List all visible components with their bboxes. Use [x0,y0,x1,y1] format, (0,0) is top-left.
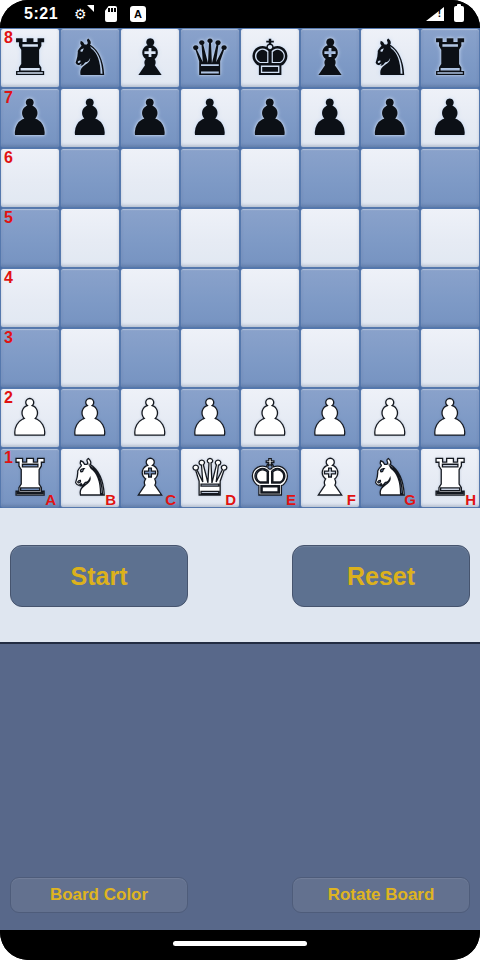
square-c5[interactable] [120,208,180,268]
square-d8[interactable]: ♛ [180,28,240,88]
black-pawn-piece: ♟ [301,89,359,147]
square-f5[interactable] [300,208,360,268]
square-c8[interactable]: ♝ [120,28,180,88]
square-a8[interactable]: 8♜ [0,28,60,88]
square-h7[interactable]: ♟ [420,88,480,148]
black-king-piece: ♚ [241,29,299,87]
status-bar: 5:21 ⚙ A ! [0,0,480,28]
square-d7[interactable]: ♟ [180,88,240,148]
bottom-panel: Board Color Rotate Board [0,644,480,930]
control-strip: Start Reset [0,508,480,642]
rank-label: 4 [4,269,13,287]
file-label: G [404,491,416,508]
white-pawn-piece: ♟ [421,389,479,447]
square-g1[interactable]: G♞ [360,448,420,508]
square-h5[interactable] [420,208,480,268]
square-e6[interactable] [240,148,300,208]
square-a2[interactable]: 2♟ [0,388,60,448]
rank-label: 6 [4,149,13,167]
start-button[interactable]: Start [10,545,188,607]
board-color-button[interactable]: Board Color [10,877,188,913]
square-e3[interactable] [240,328,300,388]
black-knight-piece: ♞ [61,29,119,87]
square-c2[interactable]: ♟ [120,388,180,448]
home-indicator[interactable] [173,941,307,946]
square-g8[interactable]: ♞ [360,28,420,88]
square-h1[interactable]: H♜ [420,448,480,508]
square-b7[interactable]: ♟ [60,88,120,148]
square-a4[interactable]: 4 [0,268,60,328]
square-e2[interactable]: ♟ [240,388,300,448]
file-label: C [165,491,176,508]
reset-button[interactable]: Reset [292,545,470,607]
black-pawn-piece: ♟ [421,89,479,147]
navigation-bar [0,930,480,960]
square-f7[interactable]: ♟ [300,88,360,148]
square-f1[interactable]: F♝ [300,448,360,508]
black-pawn-piece: ♟ [361,89,419,147]
square-e5[interactable] [240,208,300,268]
square-h2[interactable]: ♟ [420,388,480,448]
file-label: E [286,491,296,508]
clock: 5:21 [24,5,58,23]
file-label: B [105,491,116,508]
square-c1[interactable]: C♝ [120,448,180,508]
file-label: D [225,491,236,508]
square-b3[interactable] [60,328,120,388]
status-bar-right-icons: ! [426,6,464,22]
square-f4[interactable] [300,268,360,328]
settings-suggestion-icon: ⚙ [74,5,92,23]
square-e4[interactable] [240,268,300,328]
square-e1[interactable]: E♚ [240,448,300,508]
white-pawn-piece: ♟ [301,389,359,447]
square-g7[interactable]: ♟ [360,88,420,148]
square-d6[interactable] [180,148,240,208]
square-h6[interactable] [420,148,480,208]
square-a6[interactable]: 6 [0,148,60,208]
square-g6[interactable] [360,148,420,208]
black-pawn-piece: ♟ [241,89,299,147]
square-b4[interactable] [60,268,120,328]
square-a7[interactable]: 7♟ [0,88,60,148]
square-g5[interactable] [360,208,420,268]
signal-alert-icon: ! [426,7,444,21]
black-bishop-piece: ♝ [301,29,359,87]
white-pawn-piece: ♟ [181,389,239,447]
rank-label: 5 [4,209,13,227]
square-f8[interactable]: ♝ [300,28,360,88]
square-g4[interactable] [360,268,420,328]
black-pawn-piece: ♟ [121,89,179,147]
file-label: F [347,491,356,508]
square-b8[interactable]: ♞ [60,28,120,88]
square-a5[interactable]: 5 [0,208,60,268]
square-h3[interactable] [420,328,480,388]
square-d3[interactable] [180,328,240,388]
square-d5[interactable] [180,208,240,268]
square-b5[interactable] [60,208,120,268]
square-e8[interactable]: ♚ [240,28,300,88]
square-g3[interactable] [360,328,420,388]
black-queen-piece: ♛ [181,29,239,87]
square-b1[interactable]: B♞ [60,448,120,508]
square-c6[interactable] [120,148,180,208]
square-f6[interactable] [300,148,360,208]
square-c3[interactable] [120,328,180,388]
square-g2[interactable]: ♟ [360,388,420,448]
rank-label: 3 [4,329,13,347]
status-bar-left-icons: ⚙ A [74,5,146,23]
square-h4[interactable] [420,268,480,328]
square-a1[interactable]: 1A♜ [0,448,60,508]
file-label: A [45,491,56,508]
square-c4[interactable] [120,268,180,328]
square-b6[interactable] [60,148,120,208]
square-d2[interactable]: ♟ [180,388,240,448]
square-f3[interactable] [300,328,360,388]
phone-screen: 5:21 ⚙ A ! 8♜♞♝♛♚♝♞♜7♟♟♟♟♟♟♟♟65432♟♟♟♟♟♟… [0,0,480,960]
rank-label: 1 [4,449,13,467]
battery-icon [454,6,464,22]
black-bishop-piece: ♝ [121,29,179,87]
square-b2[interactable]: ♟ [60,388,120,448]
rank-label: 2 [4,389,13,407]
white-pawn-piece: ♟ [361,389,419,447]
square-c7[interactable]: ♟ [120,88,180,148]
white-pawn-piece: ♟ [241,389,299,447]
square-a3[interactable]: 3 [0,328,60,388]
black-knight-piece: ♞ [361,29,419,87]
sim-card-icon [105,6,117,22]
black-pawn-piece: ♟ [61,89,119,147]
rank-label: 7 [4,89,13,107]
black-pawn-piece: ♟ [181,89,239,147]
rotate-board-button[interactable]: Rotate Board [292,877,470,913]
square-f2[interactable]: ♟ [300,388,360,448]
square-d4[interactable] [180,268,240,328]
square-d1[interactable]: D♛ [180,448,240,508]
black-rook-piece: ♜ [421,29,479,87]
letter-a-badge-icon: A [130,6,146,22]
square-h8[interactable]: ♜ [420,28,480,88]
rank-label: 8 [4,29,13,47]
white-pawn-piece: ♟ [61,389,119,447]
file-label: H [465,491,476,508]
chess-board: 8♜♞♝♛♚♝♞♜7♟♟♟♟♟♟♟♟65432♟♟♟♟♟♟♟♟1A♜B♞C♝D♛… [0,28,480,508]
white-pawn-piece: ♟ [121,389,179,447]
square-e7[interactable]: ♟ [240,88,300,148]
